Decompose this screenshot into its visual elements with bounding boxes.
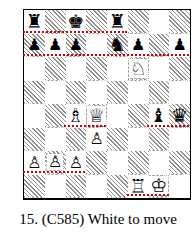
piece-bP-c7: ♟ bbox=[69, 37, 83, 53]
square-h4: ♛ bbox=[169, 104, 190, 128]
piece-bP-a7: ♟ bbox=[27, 37, 41, 53]
square-h8 bbox=[169, 10, 190, 34]
square-a3 bbox=[24, 128, 45, 152]
square-g4: ♝ bbox=[149, 104, 170, 128]
square-c4: ♗ bbox=[66, 104, 87, 128]
square-f5 bbox=[128, 81, 149, 105]
square-d4: ♕ bbox=[86, 104, 107, 128]
square-f6: ♘ bbox=[128, 57, 149, 81]
square-c3 bbox=[66, 128, 87, 152]
square-h5 bbox=[169, 81, 190, 105]
spellcheck-squiggle-4 bbox=[147, 125, 189, 127]
spellcheck-squiggle-5 bbox=[23, 171, 85, 173]
square-d5 bbox=[86, 81, 107, 105]
spellcheck-squiggle-1 bbox=[23, 31, 127, 33]
spellcheck-squiggle-6 bbox=[127, 194, 169, 196]
piece-bB-g4: ♝ bbox=[150, 106, 167, 125]
square-a5 bbox=[24, 81, 45, 105]
piece-wP-a2: ♙ bbox=[27, 155, 41, 171]
piece-bP-f7: ♟ bbox=[131, 37, 145, 53]
square-c8: ♚ bbox=[66, 10, 87, 34]
piece-wK-g1: ♔ bbox=[149, 176, 168, 195]
square-c5 bbox=[66, 81, 87, 105]
piece-wR-f1: ♖ bbox=[130, 177, 147, 196]
piece-bQ-h4: ♛ bbox=[171, 106, 188, 125]
piece-bK-c8: ♚ bbox=[67, 12, 84, 31]
square-e1 bbox=[107, 175, 128, 199]
square-g2 bbox=[149, 151, 170, 175]
square-e5 bbox=[107, 81, 128, 105]
square-a4 bbox=[24, 104, 45, 128]
square-b4 bbox=[45, 104, 66, 128]
square-h6 bbox=[169, 57, 190, 81]
square-g8 bbox=[149, 10, 170, 34]
square-a6 bbox=[24, 57, 45, 81]
square-f3 bbox=[128, 128, 149, 152]
piece-bN-e7: ♞ bbox=[109, 35, 126, 54]
square-h1 bbox=[169, 175, 190, 199]
square-g3 bbox=[149, 128, 170, 152]
square-e4 bbox=[107, 104, 128, 128]
piece-wQ-d4: ♕ bbox=[87, 106, 106, 125]
piece-wP-d3: ♙ bbox=[89, 131, 103, 147]
square-d1 bbox=[86, 175, 107, 199]
square-h3 bbox=[169, 128, 190, 152]
piece-bR-e8: ♜ bbox=[109, 12, 126, 31]
square-b6 bbox=[45, 57, 66, 81]
square-h2 bbox=[169, 151, 190, 175]
square-d6 bbox=[86, 57, 107, 81]
piece-wB-c4: ♗ bbox=[67, 106, 84, 125]
spellcheck-squiggle-2 bbox=[23, 54, 189, 56]
square-b8 bbox=[45, 10, 66, 34]
piece-bP-b7: ♟ bbox=[48, 37, 62, 53]
piece-wN-f6: ♘ bbox=[129, 59, 148, 78]
spellcheck-squiggle-3 bbox=[64, 125, 106, 127]
square-c6 bbox=[66, 57, 87, 81]
square-c1 bbox=[66, 175, 87, 199]
page: ♜♚♜♟♟♟♞♟♟♘♗♕♝♛♙♙♙♙♖♔ 15. (C585) White to… bbox=[0, 0, 196, 240]
square-e2 bbox=[107, 151, 128, 175]
piece-bR-a8: ♜ bbox=[26, 12, 43, 31]
square-g5 bbox=[149, 81, 170, 105]
square-b5 bbox=[45, 81, 66, 105]
square-e3 bbox=[107, 128, 128, 152]
diagram-caption: 15. (C585) White to move bbox=[0, 211, 196, 228]
piece-bP-h7: ♟ bbox=[172, 37, 186, 53]
square-a1 bbox=[24, 175, 45, 199]
square-d2 bbox=[86, 151, 107, 175]
piece-wP-b2: ♙ bbox=[47, 154, 63, 170]
square-f2 bbox=[128, 151, 149, 175]
square-g6 bbox=[149, 57, 170, 81]
square-f8 bbox=[128, 10, 149, 34]
square-e6 bbox=[107, 57, 128, 81]
square-f4 bbox=[128, 104, 149, 128]
square-d3: ♙ bbox=[86, 128, 107, 152]
piece-wP-c2: ♙ bbox=[69, 155, 83, 171]
square-a8: ♜ bbox=[24, 10, 45, 34]
square-d8 bbox=[86, 10, 107, 34]
square-b1 bbox=[45, 175, 66, 199]
square-e8: ♜ bbox=[107, 10, 128, 34]
square-b3 bbox=[45, 128, 66, 152]
